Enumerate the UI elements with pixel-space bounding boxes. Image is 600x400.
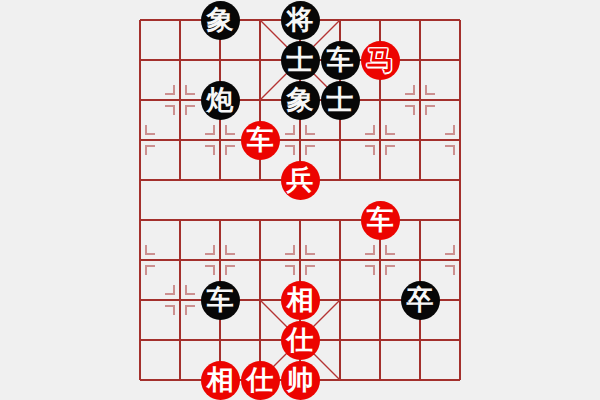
piece-black-elephant[interactable]: 象 — [281, 81, 320, 120]
pieces-layer: 象将士车马炮象士车兵车车相卒仕相仕帅 — [120, 0, 480, 400]
piece-red-chariot[interactable]: 车 — [361, 201, 400, 240]
piece-red-soldier[interactable]: 兵 — [281, 161, 320, 200]
piece-black-advisor[interactable]: 士 — [321, 81, 360, 120]
xiangqi-screen: { "game": "xiangqi", "position": { "fen"… — [0, 0, 600, 400]
piece-black-chariot[interactable]: 车 — [201, 281, 240, 320]
piece-black-soldier[interactable]: 卒 — [401, 281, 440, 320]
xiangqi-board[interactable]: 象将士车马炮象士车兵车车相卒仕相仕帅 — [120, 0, 480, 400]
piece-red-general[interactable]: 帅 — [281, 361, 320, 400]
piece-red-elephant[interactable]: 相 — [281, 281, 320, 320]
piece-red-advisor[interactable]: 仕 — [241, 361, 280, 400]
piece-red-chariot[interactable]: 车 — [241, 121, 280, 160]
piece-red-horse[interactable]: 马 — [361, 41, 400, 80]
piece-black-advisor[interactable]: 士 — [281, 41, 320, 80]
piece-black-cannon[interactable]: 炮 — [201, 81, 240, 120]
piece-red-elephant[interactable]: 相 — [201, 361, 240, 400]
piece-black-elephant[interactable]: 象 — [201, 1, 240, 40]
piece-black-general[interactable]: 将 — [281, 1, 320, 40]
piece-black-chariot[interactable]: 车 — [321, 41, 360, 80]
piece-red-advisor[interactable]: 仕 — [281, 321, 320, 360]
